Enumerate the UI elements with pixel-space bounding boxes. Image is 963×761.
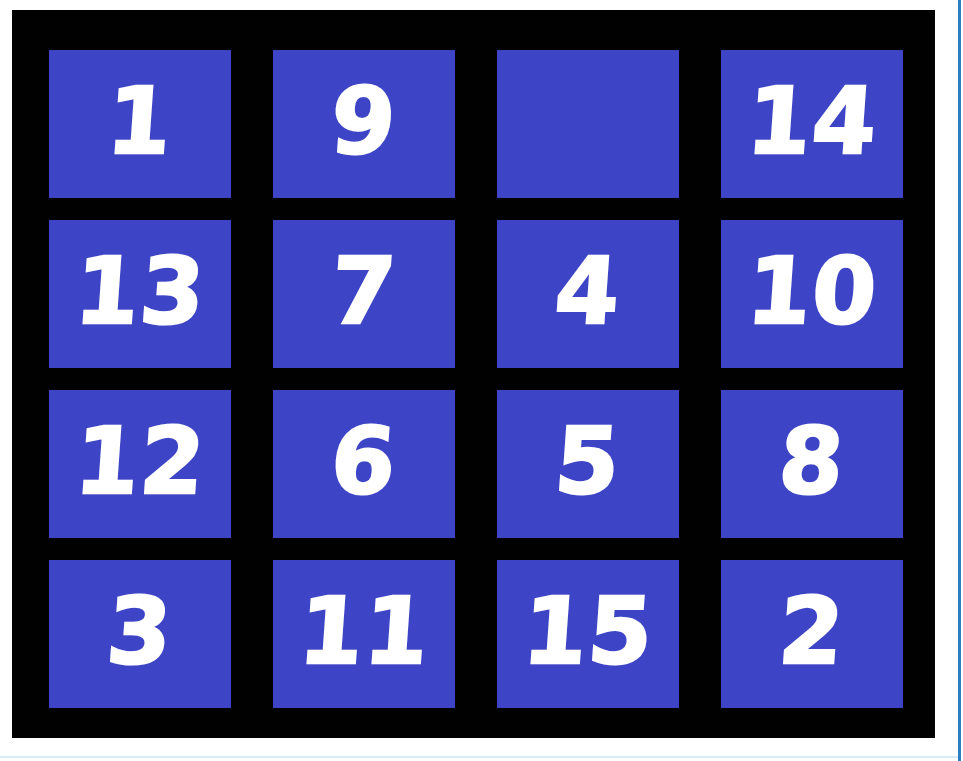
tile-12-label: 12 — [72, 416, 208, 508]
tile-6[interactable]: 6 — [273, 390, 455, 538]
tile-9-label: 9 — [328, 76, 399, 168]
puzzle-board: 1 9 14 13 7 4 10 12 6 5 8 3 11 15 2 — [12, 10, 935, 738]
tile-14[interactable]: 14 — [721, 50, 903, 198]
tile-4[interactable]: 4 — [497, 220, 679, 368]
tile-10-label: 10 — [744, 246, 880, 338]
tile-15-label: 15 — [520, 586, 656, 678]
tile-10[interactable]: 10 — [721, 220, 903, 368]
tile-13[interactable]: 13 — [49, 220, 231, 368]
tile-3[interactable]: 3 — [49, 560, 231, 708]
empty-cell — [497, 50, 679, 198]
tile-2[interactable]: 2 — [721, 560, 903, 708]
tile-5-label: 5 — [552, 416, 623, 508]
window-border-bottom — [0, 756, 958, 758]
tile-14-label: 14 — [744, 76, 880, 168]
tile-1[interactable]: 1 — [49, 50, 231, 198]
tile-8-label: 8 — [776, 416, 847, 508]
tile-11-label: 11 — [296, 586, 432, 678]
tile-11[interactable]: 11 — [273, 560, 455, 708]
tile-9[interactable]: 9 — [273, 50, 455, 198]
tile-15[interactable]: 15 — [497, 560, 679, 708]
tile-8[interactable]: 8 — [721, 390, 903, 538]
tile-3-label: 3 — [104, 586, 175, 678]
tile-2-label: 2 — [776, 586, 847, 678]
window-border-right — [958, 0, 961, 761]
tile-6-label: 6 — [328, 416, 399, 508]
tile-7-label: 7 — [328, 246, 399, 338]
tile-13-label: 13 — [72, 246, 208, 338]
tile-1-label: 1 — [104, 76, 175, 168]
tile-7[interactable]: 7 — [273, 220, 455, 368]
tile-4-label: 4 — [552, 246, 623, 338]
tile-12[interactable]: 12 — [49, 390, 231, 538]
tile-5[interactable]: 5 — [497, 390, 679, 538]
